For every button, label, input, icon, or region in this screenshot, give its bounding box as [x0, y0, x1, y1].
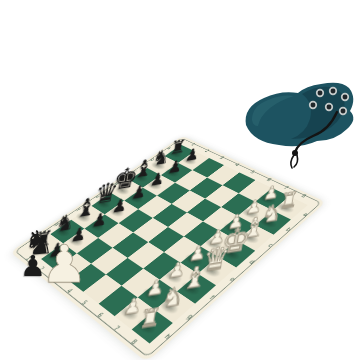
bag-grommet — [310, 102, 317, 109]
bag-grommet — [330, 88, 337, 95]
bag-grommet — [317, 90, 324, 97]
square: ♜ — [132, 310, 173, 343]
bag-grommet — [340, 108, 347, 115]
bag-grommet — [326, 104, 333, 111]
chess-set-product-photo[interactable]: ♜♟♟♜♞♟♟♞♝♟♟♝♚♟♟♚♛♟♟♛♝♟♟♝♞♟♟♞♜♟♟♜ 1234567… — [0, 0, 360, 360]
offboard-piece-white-pawn: ♟ — [41, 238, 88, 290]
drawstring-bag — [240, 78, 360, 180]
bag-cord-tassel — [291, 155, 298, 168]
bag-grommet — [342, 94, 349, 101]
